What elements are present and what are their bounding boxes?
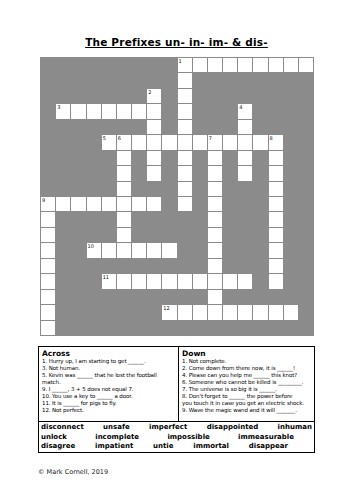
grid-cell[interactable] xyxy=(269,58,283,72)
grid-block xyxy=(284,89,298,103)
grid-block xyxy=(56,89,70,103)
grid-cell[interactable]: 6 xyxy=(117,135,131,149)
grid-cell[interactable] xyxy=(41,212,55,226)
grid-cell[interactable] xyxy=(178,197,192,211)
grid-cell[interactable] xyxy=(132,104,146,118)
grid-cell[interactable] xyxy=(102,104,116,118)
grid-block xyxy=(87,89,101,103)
grid-cell[interactable] xyxy=(208,259,222,273)
grid-block xyxy=(102,290,116,304)
grid-cell[interactable] xyxy=(41,305,55,319)
grid-cell[interactable] xyxy=(208,243,222,257)
grid-block xyxy=(71,321,85,335)
grid-block xyxy=(178,228,192,242)
grid-block xyxy=(71,182,85,196)
grid-block xyxy=(223,321,237,335)
grid-cell[interactable]: 12 xyxy=(162,305,176,319)
grid-cell[interactable]: 7 xyxy=(208,135,222,149)
grid-cell[interactable] xyxy=(41,259,55,273)
grid-cell[interactable]: 4 xyxy=(238,104,252,118)
grid-block xyxy=(253,104,267,118)
clue-item: 3. Not human. xyxy=(42,365,175,372)
clue-item: 10. You use a key to ______ a door. xyxy=(42,393,175,400)
grid-cell[interactable] xyxy=(223,274,237,288)
grid-cell[interactable] xyxy=(178,135,192,149)
grid-cell[interactable] xyxy=(223,58,237,72)
grid-block xyxy=(102,166,116,180)
grid-cell[interactable]: 10 xyxy=(87,243,101,257)
grid-cell[interactable] xyxy=(147,197,161,211)
grid-cell[interactable] xyxy=(147,120,161,134)
grid-block xyxy=(193,151,207,165)
grid-cell[interactable] xyxy=(117,197,131,211)
grid-block xyxy=(253,151,267,165)
grid-block xyxy=(41,135,55,149)
grid-cell[interactable]: 2 xyxy=(147,89,161,103)
grid-block xyxy=(87,182,101,196)
clue-item: 12. Not perfect. xyxy=(42,407,175,414)
grid-cell[interactable] xyxy=(147,135,161,149)
grid-block xyxy=(117,305,131,319)
grid-block xyxy=(87,166,101,180)
grid-block xyxy=(223,182,237,196)
grid-cell[interactable]: 8 xyxy=(269,135,283,149)
grid-block xyxy=(284,166,298,180)
grid-block xyxy=(147,58,161,72)
grid-cell[interactable] xyxy=(147,274,161,288)
grid-cell[interactable] xyxy=(178,274,192,288)
word-bank-row: unlockincompleteimpossibleimmeasurable xyxy=(41,433,312,443)
grid-cell[interactable] xyxy=(56,197,70,211)
grid-block xyxy=(147,228,161,242)
grid-block xyxy=(117,321,131,335)
grid-block xyxy=(132,290,146,304)
grid-block xyxy=(284,259,298,273)
word-bank-word: immortal xyxy=(193,442,229,452)
grid-cell[interactable] xyxy=(223,305,237,319)
grid-cell[interactable] xyxy=(269,166,283,180)
grid-block xyxy=(71,73,85,87)
grid-block xyxy=(193,197,207,211)
grid-cell[interactable] xyxy=(178,305,192,319)
grid-cell[interactable] xyxy=(269,182,283,196)
grid-block xyxy=(299,290,313,304)
clue-item: 1. Not complete. xyxy=(182,358,311,365)
grid-block xyxy=(147,321,161,335)
grid-cell[interactable] xyxy=(253,58,267,72)
grid-cell[interactable] xyxy=(238,305,252,319)
grid-cell[interactable] xyxy=(41,228,55,242)
grid-cell[interactable] xyxy=(178,104,192,118)
grid-block xyxy=(238,197,252,211)
grid-cell[interactable] xyxy=(208,228,222,242)
grid-cell[interactable] xyxy=(269,197,283,211)
grid-cell[interactable] xyxy=(178,120,192,134)
grid-cell[interactable] xyxy=(269,274,283,288)
grid-block xyxy=(162,212,176,226)
grid-block xyxy=(87,151,101,165)
clue-number: 6 xyxy=(118,135,121,141)
grid-block xyxy=(147,259,161,273)
grid-cell[interactable] xyxy=(284,305,298,319)
word-bank-word: unsafe xyxy=(103,423,130,433)
grid-block xyxy=(284,212,298,226)
grid-cell[interactable] xyxy=(193,305,207,319)
grid-block xyxy=(102,151,116,165)
grid-block xyxy=(71,166,85,180)
grid-block xyxy=(132,182,146,196)
grid-cell[interactable] xyxy=(208,151,222,165)
grid-block xyxy=(56,274,70,288)
grid-cell[interactable] xyxy=(147,151,161,165)
grid-block xyxy=(223,104,237,118)
grid-cell[interactable] xyxy=(71,104,85,118)
grid-block xyxy=(193,259,207,273)
grid-cell[interactable] xyxy=(117,243,131,257)
clue-number: 10 xyxy=(88,243,94,249)
grid-block xyxy=(132,151,146,165)
grid-cell[interactable] xyxy=(193,274,207,288)
grid-cell[interactable] xyxy=(208,166,222,180)
grid-cell[interactable] xyxy=(269,243,283,257)
grid-block xyxy=(56,166,70,180)
word-bank-word: impossible xyxy=(167,433,209,443)
grid-block xyxy=(208,104,222,118)
grid-block xyxy=(102,259,116,273)
grid-cell[interactable] xyxy=(223,135,237,149)
grid-cell[interactable] xyxy=(41,243,55,257)
grid-cell[interactable] xyxy=(208,290,222,304)
grid-cell[interactable] xyxy=(299,58,313,72)
grid-block xyxy=(41,73,55,87)
grid-block xyxy=(147,305,161,319)
grid-block xyxy=(132,120,146,134)
grid-block xyxy=(102,212,116,226)
grid-cell[interactable] xyxy=(269,151,283,165)
word-bank-word: disagree xyxy=(41,442,75,452)
grid-block xyxy=(162,321,176,335)
grid-cell[interactable] xyxy=(117,228,131,242)
grid-cell[interactable]: 1 xyxy=(178,58,192,72)
grid-cell[interactable] xyxy=(178,73,192,87)
grid-block xyxy=(117,58,131,72)
grid-cell[interactable] xyxy=(208,212,222,226)
grid-block xyxy=(178,290,192,304)
clue-item: 9. Wave the magic wand and it will _____… xyxy=(182,407,311,414)
clue-item: 7. The universe is so big it is ______. xyxy=(182,386,311,393)
grid-block xyxy=(87,274,101,288)
grid-cell[interactable] xyxy=(71,197,85,211)
grid-block xyxy=(41,120,55,134)
grid-block xyxy=(253,73,267,87)
grid-cell[interactable] xyxy=(208,305,222,319)
grid-cell[interactable] xyxy=(238,151,252,165)
grid-block xyxy=(299,197,313,211)
grid-block xyxy=(269,104,283,118)
grid-block xyxy=(284,151,298,165)
grid-block xyxy=(71,259,85,273)
grid-block xyxy=(117,73,131,87)
grid-block xyxy=(223,166,237,180)
grid-cell[interactable] xyxy=(284,58,298,72)
grid-block xyxy=(41,151,55,165)
grid-block xyxy=(269,73,283,87)
word-bank-word: untie xyxy=(153,442,173,452)
word-bank-row: disconnectunsafeimperfectdisappointedinh… xyxy=(41,423,312,433)
grid-block xyxy=(284,321,298,335)
clue-item: 6. Someone who cannot be killed is _____… xyxy=(182,379,311,386)
grid-block xyxy=(284,104,298,118)
grid-cell[interactable] xyxy=(41,321,55,335)
clue-item: 9. I ______, 3 + 5 does not equal 7. xyxy=(42,386,175,393)
grid-block xyxy=(56,151,70,165)
grid-block xyxy=(132,166,146,180)
grid-block xyxy=(208,120,222,134)
down-clues: 1. Not complete.2. Come down from there … xyxy=(182,358,311,414)
grid-block xyxy=(253,290,267,304)
grid-block xyxy=(284,135,298,149)
crossword-grid: 123456789101112 xyxy=(40,57,314,336)
grid-cell[interactable] xyxy=(117,274,131,288)
grid-block xyxy=(284,228,298,242)
clue-item: 11. It is ______ for pigs to fly. xyxy=(42,400,175,407)
clue-number: 12 xyxy=(163,305,169,311)
grid-cell[interactable] xyxy=(162,243,176,257)
grid-block xyxy=(132,228,146,242)
grid-cell[interactable] xyxy=(117,212,131,226)
grid-cell[interactable] xyxy=(102,243,116,257)
grid-block xyxy=(238,321,252,335)
clue-item: 2. Come down from there now, it is _____… xyxy=(182,365,311,372)
grid-block xyxy=(162,151,176,165)
grid-block xyxy=(71,135,85,149)
grid-block xyxy=(284,290,298,304)
grid-block xyxy=(299,104,313,118)
grid-block xyxy=(299,166,313,180)
grid-cell[interactable] xyxy=(147,243,161,257)
grid-cell[interactable] xyxy=(178,89,192,103)
grid-block xyxy=(56,73,70,87)
grid-block xyxy=(41,104,55,118)
grid-block xyxy=(193,182,207,196)
grid-cell[interactable] xyxy=(117,166,131,180)
grid-cell[interactable] xyxy=(238,274,252,288)
grid-block xyxy=(193,104,207,118)
grid-block xyxy=(162,73,176,87)
grid-block xyxy=(253,259,267,273)
grid-block xyxy=(56,120,70,134)
grid-block xyxy=(299,321,313,335)
grid-cell[interactable]: 5 xyxy=(102,135,116,149)
grid-cell[interactable] xyxy=(41,290,55,304)
grid-block xyxy=(71,228,85,242)
word-bank-word: disappointed xyxy=(207,423,259,433)
grid-block xyxy=(253,166,267,180)
grid-block xyxy=(162,58,176,72)
grid-cell[interactable]: 11 xyxy=(102,274,116,288)
grid-block xyxy=(71,89,85,103)
grid-cell[interactable] xyxy=(269,305,283,319)
word-bank-word: disappear xyxy=(249,442,288,452)
grid-cell[interactable] xyxy=(162,135,176,149)
grid-block xyxy=(238,228,252,242)
grid-block xyxy=(238,212,252,226)
grid-block xyxy=(102,73,116,87)
grid-cell[interactable] xyxy=(208,274,222,288)
grid-block xyxy=(56,321,70,335)
grid-cell[interactable] xyxy=(117,104,131,118)
grid-cell[interactable] xyxy=(132,274,146,288)
word-bank-word: imperfect xyxy=(149,423,187,433)
grid-block xyxy=(147,212,161,226)
grid-cell[interactable] xyxy=(253,305,267,319)
grid-block xyxy=(208,89,222,103)
grid-cell[interactable] xyxy=(102,197,116,211)
clue-number: 5 xyxy=(103,135,106,141)
grid-block xyxy=(41,166,55,180)
grid-cell[interactable] xyxy=(132,243,146,257)
grid-block xyxy=(253,182,267,196)
grid-block xyxy=(162,197,176,211)
grid-cell[interactable] xyxy=(238,166,252,180)
clue-number: 1 xyxy=(179,58,182,64)
grid-block xyxy=(299,243,313,257)
word-bank-word: inhuman xyxy=(278,423,312,433)
grid-block xyxy=(284,182,298,196)
grid-block xyxy=(56,243,70,257)
grid-cell[interactable] xyxy=(238,58,252,72)
grid-cell[interactable] xyxy=(193,135,207,149)
grid-cell[interactable] xyxy=(178,151,192,165)
grid-block xyxy=(253,228,267,242)
grid-block xyxy=(71,290,85,304)
grid-block xyxy=(253,197,267,211)
grid-block xyxy=(253,120,267,134)
grid-block xyxy=(299,305,313,319)
grid-block xyxy=(238,259,252,273)
grid-block xyxy=(223,243,237,257)
grid-block xyxy=(87,120,101,134)
grid-block xyxy=(299,259,313,273)
grid-block xyxy=(238,243,252,257)
grid-cell[interactable] xyxy=(162,274,176,288)
clue-number: 9 xyxy=(42,197,45,203)
grid-cell[interactable] xyxy=(132,135,146,149)
grid-block xyxy=(102,89,116,103)
grid-cell[interactable] xyxy=(208,182,222,196)
grid-block xyxy=(238,182,252,196)
grid-block xyxy=(132,259,146,273)
clue-number: 8 xyxy=(270,135,273,141)
grid-block xyxy=(56,305,70,319)
grid-cell[interactable] xyxy=(178,166,192,180)
grid-block xyxy=(299,212,313,226)
clue-number: 7 xyxy=(209,135,212,141)
worksheet-page: The Prefixes un- in- im- & dis- 12345678… xyxy=(0,0,353,500)
grid-block xyxy=(208,321,222,335)
word-bank-word: disconnect xyxy=(41,423,84,433)
grid-block xyxy=(284,274,298,288)
grid-cell[interactable] xyxy=(178,182,192,196)
grid-block xyxy=(162,89,176,103)
grid-block xyxy=(56,135,70,149)
grid-cell[interactable] xyxy=(238,135,252,149)
grid-block xyxy=(56,259,70,273)
grid-block xyxy=(162,104,176,118)
grid-cell[interactable] xyxy=(87,104,101,118)
grid-block xyxy=(299,151,313,165)
grid-block xyxy=(162,120,176,134)
grid-block xyxy=(253,212,267,226)
grid-cell[interactable]: 9 xyxy=(41,197,55,211)
grid-block xyxy=(87,135,101,149)
grid-block xyxy=(117,259,131,273)
word-bank: disconnectunsafeimperfectdisappointedinh… xyxy=(38,421,315,453)
clue-number: 3 xyxy=(57,104,60,110)
clue-number: 4 xyxy=(239,104,242,110)
grid-cell[interactable] xyxy=(269,228,283,242)
grid-block xyxy=(253,274,267,288)
down-clues-column: Down 1. Not complete.2. Come down from t… xyxy=(179,347,314,421)
grid-block xyxy=(253,89,267,103)
grid-block xyxy=(208,73,222,87)
clue-item: 8. Don't forget to ______ the power befo… xyxy=(182,393,311,407)
across-clues-column: Across 1. Hurry up, I am starting to get… xyxy=(39,347,179,421)
grid-block xyxy=(41,89,55,103)
grid-cell[interactable] xyxy=(87,197,101,211)
grid-block xyxy=(178,212,192,226)
down-header: Down xyxy=(182,349,311,358)
clue-number: 11 xyxy=(103,274,109,280)
grid-cell[interactable]: 3 xyxy=(56,104,70,118)
word-bank-row: disagreeimpatientuntieimmortaldisappear xyxy=(41,442,312,452)
grid-block xyxy=(87,228,101,242)
grid-block xyxy=(269,290,283,304)
grid-block xyxy=(87,305,101,319)
grid-cell[interactable] xyxy=(132,197,146,211)
grid-block xyxy=(147,182,161,196)
grid-block xyxy=(162,166,176,180)
grid-block xyxy=(147,290,161,304)
grid-cell[interactable] xyxy=(253,135,267,149)
grid-block xyxy=(269,321,283,335)
grid-block xyxy=(87,212,101,226)
across-header: Across xyxy=(42,349,175,358)
grid-cell[interactable] xyxy=(147,104,161,118)
grid-cell[interactable] xyxy=(117,182,131,196)
grid-cell[interactable] xyxy=(208,58,222,72)
grid-block xyxy=(132,58,146,72)
grid-cell[interactable] xyxy=(238,120,252,134)
grid-block xyxy=(56,182,70,196)
grid-block xyxy=(71,120,85,134)
grid-cell[interactable] xyxy=(208,197,222,211)
grid-block xyxy=(41,182,55,196)
grid-cell[interactable] xyxy=(269,212,283,226)
grid-cell[interactable] xyxy=(193,58,207,72)
grid-block xyxy=(71,305,85,319)
grid-block xyxy=(71,212,85,226)
grid-cell[interactable] xyxy=(269,259,283,273)
grid-cell[interactable] xyxy=(41,274,55,288)
grid-cell[interactable] xyxy=(117,151,131,165)
word-bank-word: immeasurable xyxy=(238,433,294,443)
grid-cell[interactable] xyxy=(147,166,161,180)
grid-block xyxy=(56,290,70,304)
grid-block xyxy=(253,243,267,257)
clue-item: 1. Hurry up, I am starting to get ______… xyxy=(42,358,175,365)
grid-block xyxy=(238,89,252,103)
